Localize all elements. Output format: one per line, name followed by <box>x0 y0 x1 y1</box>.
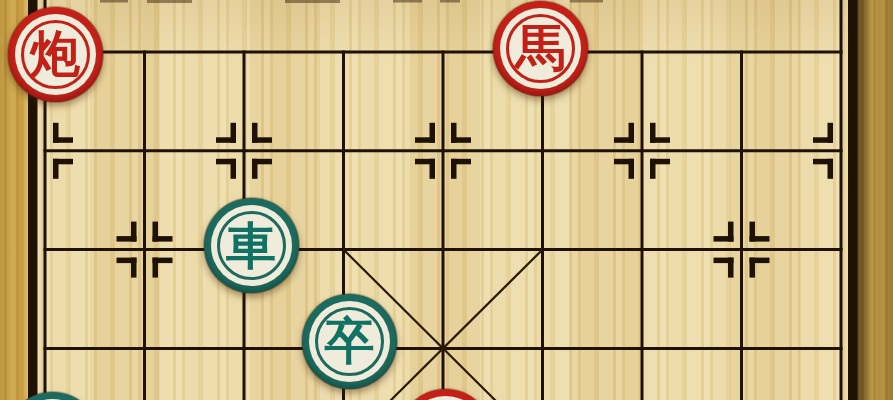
xiangqi-board[interactable]: 炮馬車卒 <box>0 0 893 400</box>
board-grid <box>0 0 893 400</box>
grid-lines <box>45 0 841 400</box>
red-cannon[interactable]: 炮 <box>8 7 103 102</box>
black-piece-partial[interactable] <box>5 392 100 400</box>
piece-character: 馬 <box>493 1 588 96</box>
red-piece-partial[interactable] <box>398 389 493 400</box>
piece-character <box>398 389 493 400</box>
piece-character: 卒 <box>302 294 397 389</box>
piece-character: 炮 <box>8 7 103 102</box>
piece-character: 車 <box>204 198 299 293</box>
black-chariot[interactable]: 車 <box>204 198 299 293</box>
black-soldier[interactable]: 卒 <box>302 294 397 389</box>
piece-character <box>5 392 100 400</box>
red-horse[interactable]: 馬 <box>493 1 588 96</box>
